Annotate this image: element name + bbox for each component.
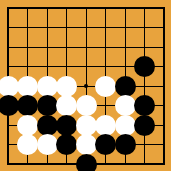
black-stone[interactable] (134, 115, 155, 136)
white-stone[interactable] (17, 134, 38, 155)
white-stone[interactable] (115, 95, 136, 116)
black-stone[interactable] (56, 115, 77, 136)
black-stone[interactable] (95, 134, 116, 155)
white-stone[interactable] (115, 115, 136, 136)
black-stone[interactable] (17, 95, 38, 116)
white-stone[interactable] (56, 95, 77, 116)
white-stone[interactable] (37, 134, 58, 155)
white-stone[interactable] (17, 76, 38, 97)
white-stone[interactable] (0, 76, 19, 97)
black-stone[interactable] (76, 154, 97, 172)
white-stone[interactable] (95, 76, 116, 97)
grid-line-vertical (164, 8, 165, 164)
black-stone[interactable] (134, 95, 155, 116)
star-point (84, 84, 88, 88)
white-stone[interactable] (76, 95, 97, 116)
black-stone[interactable] (0, 95, 19, 116)
black-stone[interactable] (115, 76, 136, 97)
white-stone[interactable] (56, 76, 77, 97)
black-stone[interactable] (134, 56, 155, 77)
black-stone[interactable] (56, 134, 77, 155)
white-stone[interactable] (76, 134, 97, 155)
black-stone[interactable] (115, 134, 136, 155)
black-stone[interactable] (37, 115, 58, 136)
white-stone[interactable] (17, 115, 38, 136)
grid-line-vertical (144, 8, 145, 164)
white-stone[interactable] (37, 76, 58, 97)
white-stone[interactable] (95, 115, 116, 136)
black-stone[interactable] (37, 95, 58, 116)
go-board[interactable] (0, 0, 171, 171)
white-stone[interactable] (76, 115, 97, 136)
